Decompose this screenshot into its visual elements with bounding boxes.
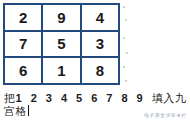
caption-number-3: 3: [46, 92, 52, 105]
caption-number-2: 2: [31, 92, 37, 105]
watermark: 电子课堂评审专栏: [144, 112, 187, 118]
caption-number-6: 6: [91, 92, 97, 105]
cell-r2c1[interactable]: 7: [5, 32, 41, 57]
cell-r2c3[interactable]: 3: [82, 32, 118, 57]
row-end-mark: [123, 6, 125, 8]
row-end-mark: [125, 19, 127, 21]
cell-r1c2[interactable]: 9: [43, 5, 79, 30]
row-end-mark: [123, 66, 125, 68]
row-end-mark: [123, 37, 125, 39]
cell-r3c1[interactable]: 6: [5, 58, 41, 83]
caption-number-1: 1: [16, 92, 22, 105]
cell-r2c2[interactable]: 5: [43, 32, 79, 57]
caption-line-1: 把123456789填入九: [4, 92, 188, 105]
cell-r1c3[interactable]: 4: [82, 5, 118, 30]
row-end-mark: [125, 80, 127, 82]
cell-r1c1[interactable]: 2: [5, 5, 41, 30]
cell-r3c2[interactable]: 1: [43, 58, 79, 83]
caption-suffix: 填入九: [152, 92, 187, 104]
caption-number-5: 5: [76, 92, 82, 105]
caption-number-4: 4: [61, 92, 67, 105]
text-cursor: [28, 105, 29, 116]
caption-prefix: 把: [4, 92, 16, 104]
cell-r3c3[interactable]: 8: [82, 58, 118, 83]
caption-number-8: 8: [121, 92, 127, 105]
caption-number-7: 7: [106, 92, 112, 105]
row-end-mark: [126, 52, 128, 54]
magic-square-board: 2 9 4 7 5 3 6 1 8: [3, 3, 120, 85]
caption-line2-text: 宫格: [4, 105, 27, 117]
caption-number-9: 9: [137, 92, 143, 105]
